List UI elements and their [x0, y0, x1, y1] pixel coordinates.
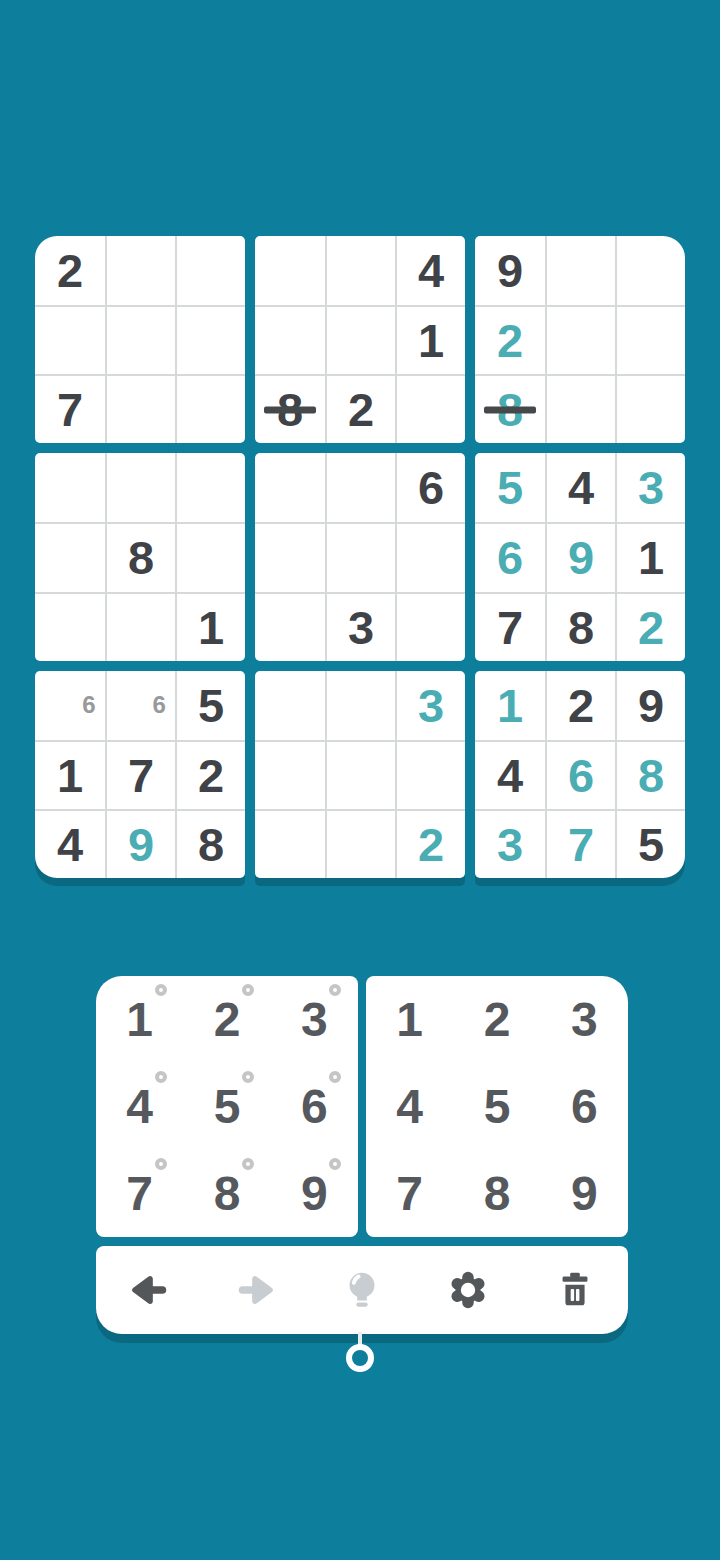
cell-r9c2[interactable]: 9	[105, 809, 175, 878]
cell-r4c6[interactable]: 6	[395, 453, 465, 522]
cell-r5c6[interactable]	[395, 522, 465, 591]
key-digit: 2	[214, 992, 241, 1047]
cell-r1c7[interactable]: 9	[475, 236, 545, 305]
key-digit: 9	[571, 1166, 598, 1221]
key-digit: 1	[396, 992, 423, 1047]
key-digit: 7	[396, 1166, 423, 1221]
board-block-6: 543691782	[475, 453, 685, 660]
cell-digit: 6	[418, 464, 444, 511]
cell-r2c2[interactable]	[105, 305, 175, 374]
notes-key-1[interactable]: 1	[96, 976, 183, 1063]
notes-key-8[interactable]: 8	[183, 1150, 270, 1237]
cell-r3c5[interactable]: 2	[325, 374, 395, 443]
pencil-ring-icon	[155, 984, 167, 996]
cell-digit: 4	[57, 821, 83, 868]
cell-r8c6[interactable]	[395, 740, 465, 809]
cell-r6c1[interactable]	[35, 592, 105, 661]
cell-digit: 3	[638, 464, 664, 511]
cell-digit: 7	[497, 604, 523, 651]
cell-digit: 2	[638, 604, 664, 651]
settings-button[interactable]	[436, 1258, 500, 1322]
key-digit: 4	[396, 1079, 423, 1134]
cell-r1c8[interactable]	[545, 236, 615, 305]
key-digit: 8	[214, 1166, 241, 1221]
cell-digit: 6	[568, 752, 594, 799]
cell-r4c7[interactable]: 5	[475, 453, 545, 522]
keypads: 123456789 123456789	[96, 976, 628, 1237]
cell-digit: 2	[568, 682, 594, 729]
cell-r9c5[interactable]	[325, 809, 395, 878]
cell-r6c7[interactable]: 7	[475, 592, 545, 661]
cell-r6c6[interactable]	[395, 592, 465, 661]
cell-r1c1[interactable]: 2	[35, 236, 105, 305]
pencil-ring-icon	[242, 1158, 254, 1170]
cell-digit: 9	[638, 682, 664, 729]
number-key-5[interactable]: 5	[453, 1063, 540, 1150]
board-block-8: 32	[255, 671, 465, 878]
cell-r4c9[interactable]: 3	[615, 453, 685, 522]
cell-r9c6[interactable]: 2	[395, 809, 465, 878]
cell-r7c4[interactable]	[255, 671, 325, 740]
lightbulb-icon	[339, 1267, 385, 1313]
cell-digit: 3	[418, 682, 444, 729]
number-key-6[interactable]: 6	[541, 1063, 628, 1150]
cell-r2c7[interactable]: 2	[475, 305, 545, 374]
cell-r2c9[interactable]	[615, 305, 685, 374]
cell-digit: 6	[497, 534, 523, 581]
cell-r5c5[interactable]	[325, 522, 395, 591]
cell-r1c9[interactable]	[615, 236, 685, 305]
pencil-ring-icon	[242, 1071, 254, 1083]
notes-key-6[interactable]: 6	[271, 1063, 358, 1150]
cell-r9c4[interactable]	[255, 809, 325, 878]
pencil-grid: 6	[110, 674, 169, 737]
key-digit: 2	[484, 992, 511, 1047]
cell-r6c8[interactable]: 8	[545, 592, 615, 661]
cell-r7c1[interactable]: 6	[35, 671, 105, 740]
notes-key-9[interactable]: 9	[271, 1150, 358, 1237]
cell-r4c1[interactable]	[35, 453, 105, 522]
cell-r9c7[interactable]: 3	[475, 809, 545, 878]
undo-button[interactable]	[117, 1258, 181, 1322]
pencil-ring-icon	[242, 984, 254, 996]
cell-digit: 9	[497, 247, 523, 294]
cell-r3c4[interactable]: 8	[255, 374, 325, 443]
key-digit: 8	[484, 1166, 511, 1221]
pencil-ring-icon	[155, 1071, 167, 1083]
board-block-2: 4182	[255, 236, 465, 443]
cell-r5c2[interactable]: 8	[105, 522, 175, 591]
board-block-7: 665172498	[35, 671, 245, 878]
cell-r8c3[interactable]: 2	[175, 740, 245, 809]
cell-digit: 5	[638, 821, 664, 868]
cell-r8c7[interactable]: 4	[475, 740, 545, 809]
sudoku-board: 2741829288163543691782665172498321294683…	[35, 236, 685, 878]
cell-r5c8[interactable]: 9	[545, 522, 615, 591]
number-keypad: 123456789	[366, 976, 628, 1237]
cell-r7c8[interactable]: 2	[545, 671, 615, 740]
cell-r2c3[interactable]	[175, 305, 245, 374]
cell-digit: 9	[568, 534, 594, 581]
notes-key-7[interactable]: 7	[96, 1150, 183, 1237]
cell-r5c1[interactable]	[35, 522, 105, 591]
arrow-left-icon	[126, 1267, 172, 1313]
cell-r4c8[interactable]: 4	[545, 453, 615, 522]
board-block-1: 27	[35, 236, 245, 443]
cell-r6c2[interactable]	[105, 592, 175, 661]
notes-key-5[interactable]: 5	[183, 1063, 270, 1150]
cell-r1c2[interactable]	[105, 236, 175, 305]
cell-digit: 3	[497, 821, 523, 868]
cell-r2c4[interactable]	[255, 305, 325, 374]
number-key-8[interactable]: 8	[453, 1150, 540, 1237]
cell-r4c2[interactable]	[105, 453, 175, 522]
cell-digit: 2	[497, 317, 523, 364]
cell-r8c2[interactable]: 7	[105, 740, 175, 809]
cell-r3c3[interactable]	[175, 374, 245, 443]
number-key-2[interactable]: 2	[453, 976, 540, 1063]
cell-digit: 7	[128, 752, 154, 799]
pencil-mark-6: 6	[149, 691, 169, 719]
sudoku-app-screen: 2741829288163543691782665172498321294683…	[0, 0, 720, 1560]
cell-digit: 2	[198, 752, 224, 799]
cell-r9c1[interactable]: 4	[35, 809, 105, 878]
pencil-grid: 6	[38, 674, 99, 737]
cell-digit: 2	[348, 386, 374, 433]
cell-digit: 3	[348, 604, 374, 651]
cell-r1c6[interactable]: 4	[395, 236, 465, 305]
cell-r1c4[interactable]	[255, 236, 325, 305]
conflict-strike-icon	[264, 406, 316, 413]
number-key-1[interactable]: 1	[366, 976, 453, 1063]
number-key-7[interactable]: 7	[366, 1150, 453, 1237]
cell-r8c9[interactable]: 8	[615, 740, 685, 809]
cell-digit: 2	[57, 247, 83, 294]
cell-r7c7[interactable]: 1	[475, 671, 545, 740]
cell-digit: 1	[198, 604, 224, 651]
cell-r5c7[interactable]: 6	[475, 522, 545, 591]
notes-key-4[interactable]: 4	[96, 1063, 183, 1150]
cell-digit: 4	[568, 464, 594, 511]
cell-r3c8[interactable]	[545, 374, 615, 443]
cell-r1c3[interactable]	[175, 236, 245, 305]
cell-r9c8[interactable]: 7	[545, 809, 615, 878]
number-key-3[interactable]: 3	[541, 976, 628, 1063]
cell-r3c1[interactable]: 7	[35, 374, 105, 443]
arrow-right-icon	[233, 1267, 279, 1313]
trash-icon	[552, 1267, 598, 1313]
cell-digit: 4	[497, 752, 523, 799]
cell-digit: 8	[128, 534, 154, 581]
cell-r6c5[interactable]: 3	[325, 592, 395, 661]
cell-digit: 7	[568, 821, 594, 868]
conflict-strike-icon	[484, 406, 536, 413]
notes-key-3[interactable]: 3	[271, 976, 358, 1063]
cell-r7c2[interactable]: 6	[105, 671, 175, 740]
cell-r7c3[interactable]: 5	[175, 671, 245, 740]
key-digit: 4	[126, 1079, 153, 1134]
cell-r6c9[interactable]: 2	[615, 592, 685, 661]
cell-r7c9[interactable]: 9	[615, 671, 685, 740]
cell-r3c2[interactable]	[105, 374, 175, 443]
key-digit: 3	[301, 992, 328, 1047]
key-digit: 9	[301, 1166, 328, 1221]
cell-r8c4[interactable]	[255, 740, 325, 809]
key-digit: 5	[214, 1079, 241, 1134]
cell-digit: 8	[198, 821, 224, 868]
cell-digit: 8	[568, 604, 594, 651]
cell-r8c1[interactable]: 1	[35, 740, 105, 809]
cell-r2c1[interactable]	[35, 305, 105, 374]
key-digit: 7	[126, 1166, 153, 1221]
cell-r5c9[interactable]: 1	[615, 522, 685, 591]
key-digit: 6	[301, 1079, 328, 1134]
key-digit: 5	[484, 1079, 511, 1134]
cell-r4c5[interactable]	[325, 453, 395, 522]
cell-r6c4[interactable]	[255, 592, 325, 661]
redo-button	[224, 1258, 288, 1322]
pencil-mark-6: 6	[79, 691, 99, 719]
number-key-4[interactable]: 4	[366, 1063, 453, 1150]
cell-digit: 1	[57, 752, 83, 799]
pull-handle-ring[interactable]	[346, 1344, 374, 1372]
cell-digit: 1	[497, 682, 523, 729]
notes-key-2[interactable]: 2	[183, 976, 270, 1063]
board-block-5: 63	[255, 453, 465, 660]
cell-r9c3[interactable]: 8	[175, 809, 245, 878]
cell-digit: 5	[497, 464, 523, 511]
cell-r5c4[interactable]	[255, 522, 325, 591]
number-key-9[interactable]: 9	[541, 1150, 628, 1237]
notes-keypad: 123456789	[96, 976, 358, 1237]
gear-icon	[445, 1267, 491, 1313]
cell-r4c4[interactable]	[255, 453, 325, 522]
cell-digit: 7	[57, 386, 83, 433]
pencil-ring-icon	[155, 1158, 167, 1170]
cell-r2c5[interactable]	[325, 305, 395, 374]
cell-r4c3[interactable]	[175, 453, 245, 522]
board-block-9: 129468375	[475, 671, 685, 878]
board-block-3: 928	[475, 236, 685, 443]
pencil-ring-icon	[329, 1071, 341, 1083]
cell-r1c5[interactable]	[325, 236, 395, 305]
key-digit: 1	[126, 992, 153, 1047]
cell-r9c9[interactable]: 5	[615, 809, 685, 878]
cell-r3c9[interactable]	[615, 374, 685, 443]
key-digit: 3	[571, 992, 598, 1047]
toolbar	[96, 1246, 628, 1334]
cell-r7c6[interactable]: 3	[395, 671, 465, 740]
pencil-ring-icon	[329, 984, 341, 996]
cell-r8c8[interactable]: 6	[545, 740, 615, 809]
cell-digit: 5	[198, 682, 224, 729]
cell-r2c6[interactable]: 1	[395, 305, 465, 374]
key-digit: 6	[571, 1079, 598, 1134]
cell-r2c8[interactable]	[545, 305, 615, 374]
cell-r3c7[interactable]: 8	[475, 374, 545, 443]
cell-digit: 4	[418, 247, 444, 294]
cell-r6c3[interactable]: 1	[175, 592, 245, 661]
cell-digit: 1	[638, 534, 664, 581]
board-block-4: 81	[35, 453, 245, 660]
cell-digit: 8	[638, 752, 664, 799]
cell-digit: 9	[128, 821, 154, 868]
delete-button[interactable]	[543, 1258, 607, 1322]
cell-r5c3[interactable]	[175, 522, 245, 591]
cell-digit: 1	[418, 317, 444, 364]
cell-r7c5[interactable]	[325, 671, 395, 740]
pencil-ring-icon	[329, 1158, 341, 1170]
cell-r3c6[interactable]	[395, 374, 465, 443]
cell-digit: 2	[418, 821, 444, 868]
cell-r8c5[interactable]	[325, 740, 395, 809]
hint-button	[330, 1258, 394, 1322]
